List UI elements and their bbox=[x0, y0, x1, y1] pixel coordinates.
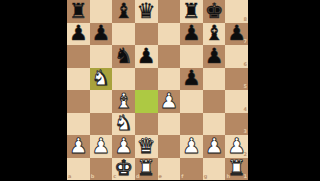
square-b3[interactable] bbox=[90, 113, 113, 136]
black-queen[interactable]: ♛ bbox=[137, 0, 156, 21]
square-f4[interactable] bbox=[180, 90, 203, 113]
square-d5[interactable] bbox=[135, 68, 158, 91]
white-knight[interactable]: ♞ bbox=[92, 68, 111, 89]
chess-board: ♜♝♛♜♚8♟♟♟♝♟7♞♟♟6♞♟5♝♟4♞3♟♟♟♛♟♟♟2ab♚c♜def… bbox=[67, 0, 248, 180]
white-pawn[interactable]: ♟ bbox=[69, 135, 88, 156]
black-pawn[interactable]: ♟ bbox=[205, 45, 224, 66]
square-c6[interactable]: ♞ bbox=[112, 45, 135, 68]
black-bishop[interactable]: ♝ bbox=[114, 0, 133, 21]
square-g8[interactable]: ♚ bbox=[203, 0, 226, 23]
white-pawn[interactable]: ♟ bbox=[92, 135, 111, 156]
square-g2[interactable]: ♟ bbox=[203, 135, 226, 158]
square-d3[interactable] bbox=[135, 113, 158, 136]
square-b6[interactable] bbox=[90, 45, 113, 68]
black-king[interactable]: ♚ bbox=[205, 0, 224, 21]
square-h8[interactable]: 8 bbox=[225, 0, 248, 23]
black-knight[interactable]: ♞ bbox=[114, 45, 133, 66]
square-b2[interactable]: ♟ bbox=[90, 135, 113, 158]
square-b1[interactable]: b bbox=[90, 158, 113, 181]
chess-app: ♜♝♛♜♚8♟♟♟♝♟7♞♟♟6♞♟5♝♟4♞3♟♟♟♛♟♟♟2ab♚c♜def… bbox=[0, 0, 320, 180]
square-f2[interactable]: ♟ bbox=[180, 135, 203, 158]
black-pawn[interactable]: ♟ bbox=[227, 23, 246, 44]
square-b7[interactable]: ♟ bbox=[90, 23, 113, 46]
square-h6[interactable]: 6 bbox=[225, 45, 248, 68]
square-g6[interactable]: ♟ bbox=[203, 45, 226, 68]
square-f5[interactable]: ♟ bbox=[180, 68, 203, 91]
letterbox-left bbox=[0, 0, 67, 180]
square-c4[interactable]: ♝ bbox=[112, 90, 135, 113]
square-e7[interactable] bbox=[158, 23, 181, 46]
square-e8[interactable] bbox=[158, 0, 181, 23]
black-pawn[interactable]: ♟ bbox=[92, 23, 111, 44]
square-c2[interactable]: ♟ bbox=[112, 135, 135, 158]
square-e6[interactable] bbox=[158, 45, 181, 68]
black-rook[interactable]: ♜ bbox=[69, 0, 88, 21]
letterbox-right bbox=[248, 0, 320, 180]
square-g1[interactable]: g bbox=[203, 158, 226, 181]
rank-label-6: 6 bbox=[244, 62, 247, 67]
square-b8[interactable] bbox=[90, 0, 113, 23]
white-queen[interactable]: ♛ bbox=[137, 135, 156, 156]
square-g7[interactable]: ♝ bbox=[203, 23, 226, 46]
square-e5[interactable] bbox=[158, 68, 181, 91]
file-label-f: f bbox=[181, 174, 183, 179]
square-c5[interactable] bbox=[112, 68, 135, 91]
square-a8[interactable]: ♜ bbox=[67, 0, 90, 23]
black-bishop[interactable]: ♝ bbox=[205, 23, 224, 44]
square-d8[interactable]: ♛ bbox=[135, 0, 158, 23]
white-pawn[interactable]: ♟ bbox=[182, 135, 201, 156]
square-h3[interactable]: 3 bbox=[225, 113, 248, 136]
rank-label-8: 8 bbox=[244, 17, 247, 22]
rank-label-5: 5 bbox=[244, 84, 247, 89]
white-knight[interactable]: ♞ bbox=[114, 113, 133, 134]
square-c8[interactable]: ♝ bbox=[112, 0, 135, 23]
white-pawn[interactable]: ♟ bbox=[227, 135, 246, 156]
square-g4[interactable] bbox=[203, 90, 226, 113]
square-b4[interactable] bbox=[90, 90, 113, 113]
square-e1[interactable]: e bbox=[158, 158, 181, 181]
square-e2[interactable] bbox=[158, 135, 181, 158]
square-f3[interactable] bbox=[180, 113, 203, 136]
square-d6[interactable]: ♟ bbox=[135, 45, 158, 68]
square-f1[interactable]: f bbox=[180, 158, 203, 181]
square-e4[interactable]: ♟ bbox=[158, 90, 181, 113]
white-pawn[interactable]: ♟ bbox=[205, 135, 224, 156]
square-f6[interactable] bbox=[180, 45, 203, 68]
square-a2[interactable]: ♟ bbox=[67, 135, 90, 158]
rank-label-4: 4 bbox=[244, 107, 247, 112]
square-h7[interactable]: ♟7 bbox=[225, 23, 248, 46]
file-label-g: g bbox=[204, 174, 208, 179]
square-a5[interactable] bbox=[67, 68, 90, 91]
square-c7[interactable] bbox=[112, 23, 135, 46]
file-label-b: b bbox=[91, 174, 95, 179]
square-h4[interactable]: 4 bbox=[225, 90, 248, 113]
square-a3[interactable] bbox=[67, 113, 90, 136]
square-g5[interactable] bbox=[203, 68, 226, 91]
square-g3[interactable] bbox=[203, 113, 226, 136]
white-pawn[interactable]: ♟ bbox=[159, 90, 178, 111]
black-pawn[interactable]: ♟ bbox=[69, 23, 88, 44]
white-king[interactable]: ♚ bbox=[114, 158, 133, 179]
square-h2[interactable]: ♟2 bbox=[225, 135, 248, 158]
square-f7[interactable]: ♟ bbox=[180, 23, 203, 46]
square-h5[interactable]: 5 bbox=[225, 68, 248, 91]
square-h1[interactable]: ♜1h bbox=[225, 158, 248, 181]
square-f8[interactable]: ♜ bbox=[180, 0, 203, 23]
black-pawn[interactable]: ♟ bbox=[182, 23, 201, 44]
black-pawn[interactable]: ♟ bbox=[182, 68, 201, 89]
square-d7[interactable] bbox=[135, 23, 158, 46]
rank-label-3: 3 bbox=[244, 129, 247, 134]
file-label-e: e bbox=[159, 174, 162, 179]
square-d1[interactable]: ♜d bbox=[135, 158, 158, 181]
white-pawn[interactable]: ♟ bbox=[114, 135, 133, 156]
square-b5[interactable]: ♞ bbox=[90, 68, 113, 91]
black-pawn[interactable]: ♟ bbox=[137, 45, 156, 66]
white-bishop[interactable]: ♝ bbox=[114, 90, 133, 111]
square-a7[interactable]: ♟ bbox=[67, 23, 90, 46]
square-a4[interactable] bbox=[67, 90, 90, 113]
black-rook[interactable]: ♜ bbox=[182, 0, 201, 21]
square-d4[interactable] bbox=[135, 90, 158, 113]
square-a1[interactable]: a bbox=[67, 158, 90, 181]
square-a6[interactable] bbox=[67, 45, 90, 68]
square-c3[interactable]: ♞ bbox=[112, 113, 135, 136]
white-rook[interactable]: ♜ bbox=[137, 158, 156, 179]
square-c1[interactable]: ♚c bbox=[112, 158, 135, 181]
square-e3[interactable] bbox=[158, 113, 181, 136]
square-d2[interactable]: ♛ bbox=[135, 135, 158, 158]
white-rook[interactable]: ♜ bbox=[227, 158, 246, 179]
file-label-a: a bbox=[68, 174, 71, 179]
